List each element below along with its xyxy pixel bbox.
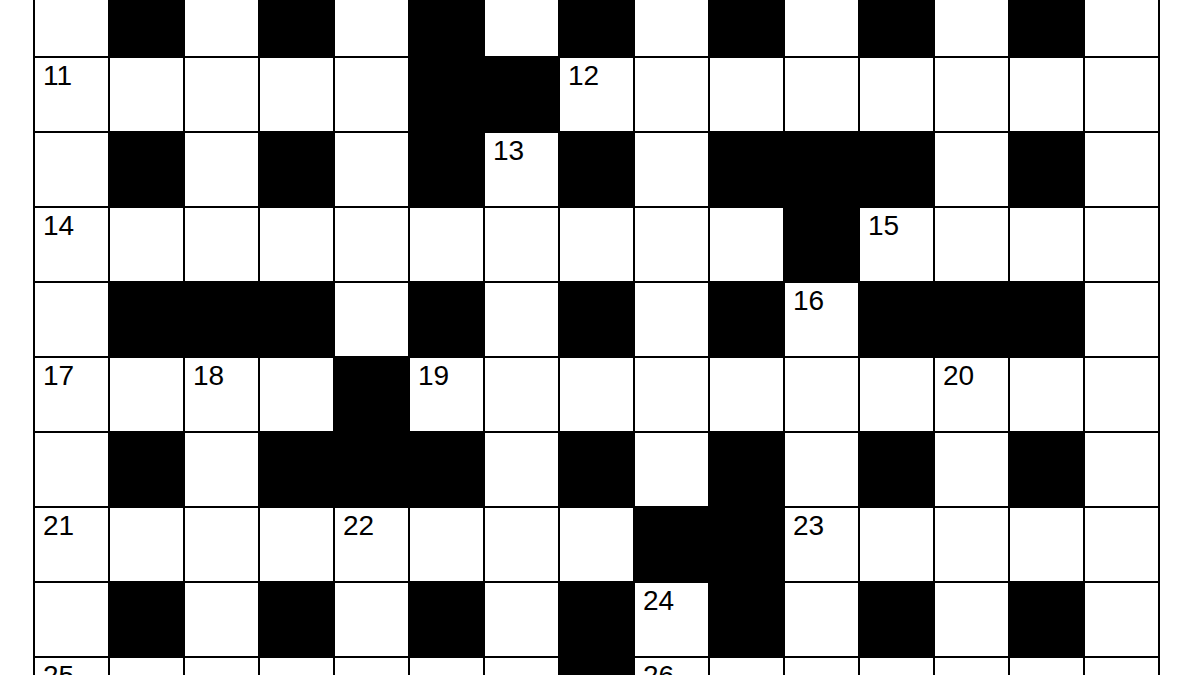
black-cell-r4c3 <box>260 283 333 356</box>
white-cell-r0c0[interactable] <box>35 0 108 56</box>
black-cell-r4c12 <box>935 283 1008 356</box>
white-cell-r2c12[interactable] <box>935 133 1008 206</box>
white-cell-r1c11[interactable] <box>860 58 933 131</box>
white-cell-r7c13[interactable] <box>1010 508 1083 581</box>
white-cell-r6c14[interactable] <box>1085 433 1158 506</box>
black-cell-r4c13 <box>1010 283 1083 356</box>
white-cell-r1c8[interactable] <box>635 58 708 131</box>
white-cell-r6c6[interactable] <box>485 433 558 506</box>
white-cell-r6c10[interactable] <box>785 433 858 506</box>
clue-number: 19 <box>418 362 449 390</box>
clue-number: 14 <box>43 212 74 240</box>
white-cell-r3c12[interactable] <box>935 208 1008 281</box>
white-cell-r7c12[interactable] <box>935 508 1008 581</box>
clue-number: 13 <box>493 137 524 165</box>
white-cell-r0c8[interactable] <box>635 0 708 56</box>
white-cell-r7c5[interactable] <box>410 508 483 581</box>
white-cell-r1c12[interactable] <box>935 58 1008 131</box>
white-cell-r3c3[interactable] <box>260 208 333 281</box>
clue-number: 16 <box>793 287 824 315</box>
black-cell-r1c5 <box>410 58 483 131</box>
white-cell-r7c2[interactable] <box>185 508 258 581</box>
white-cell-r5c0[interactable]: 17 <box>35 358 108 431</box>
black-cell-r4c1 <box>110 283 183 356</box>
white-cell-r3c11[interactable]: 15 <box>860 208 933 281</box>
black-cell-r8c11 <box>860 583 933 656</box>
black-cell-r0c7 <box>560 0 633 56</box>
white-cell-r9c1[interactable] <box>110 658 183 675</box>
white-cell-r9c5[interactable] <box>410 658 483 675</box>
black-cell-r2c1 <box>110 133 183 206</box>
white-cell-r5c5[interactable]: 19 <box>410 358 483 431</box>
clue-number: 23 <box>793 512 824 540</box>
white-cell-r5c9[interactable] <box>710 358 783 431</box>
white-cell-r8c4[interactable] <box>335 583 408 656</box>
white-cell-r0c4[interactable] <box>335 0 408 56</box>
clue-number: 20 <box>943 362 974 390</box>
clue-number: 26 <box>643 662 674 675</box>
white-cell-r7c10[interactable]: 23 <box>785 508 858 581</box>
black-cell-r0c3 <box>260 0 333 56</box>
clue-number: 25 <box>43 662 74 675</box>
white-cell-r0c6[interactable] <box>485 0 558 56</box>
white-cell-r0c2[interactable] <box>185 0 258 56</box>
white-cell-r3c8[interactable] <box>635 208 708 281</box>
crossword-grid: 11121314151617181920212223242526 <box>33 0 1160 675</box>
white-cell-r3c9[interactable] <box>710 208 783 281</box>
white-cell-r4c6[interactable] <box>485 283 558 356</box>
black-cell-r0c13 <box>1010 0 1083 56</box>
clue-number: 11 <box>43 62 72 90</box>
white-cell-r1c2[interactable] <box>185 58 258 131</box>
clue-number: 15 <box>868 212 899 240</box>
white-cell-r1c1[interactable] <box>110 58 183 131</box>
white-cell-r5c10[interactable] <box>785 358 858 431</box>
white-cell-r8c6[interactable] <box>485 583 558 656</box>
white-cell-r9c9[interactable] <box>710 658 783 675</box>
white-cell-r5c6[interactable] <box>485 358 558 431</box>
white-cell-r5c14[interactable] <box>1085 358 1158 431</box>
white-cell-r8c12[interactable] <box>935 583 1008 656</box>
clue-number: 17 <box>43 362 74 390</box>
white-cell-r9c0[interactable]: 25 <box>35 658 108 675</box>
black-cell-r6c3 <box>260 433 333 506</box>
black-cell-r2c7 <box>560 133 633 206</box>
crossword-viewport: 11121314151617181920212223242526 <box>0 0 1200 675</box>
white-cell-r9c6[interactable] <box>485 658 558 675</box>
white-cell-r2c6[interactable]: 13 <box>485 133 558 206</box>
white-cell-r3c6[interactable] <box>485 208 558 281</box>
white-cell-r3c7[interactable] <box>560 208 633 281</box>
white-cell-r5c11[interactable] <box>860 358 933 431</box>
white-cell-r4c10[interactable]: 16 <box>785 283 858 356</box>
black-cell-r0c11 <box>860 0 933 56</box>
white-cell-r3c1[interactable] <box>110 208 183 281</box>
white-cell-r3c2[interactable] <box>185 208 258 281</box>
white-cell-r1c3[interactable] <box>260 58 333 131</box>
white-cell-r1c10[interactable] <box>785 58 858 131</box>
clue-number: 18 <box>193 362 224 390</box>
black-cell-r3c10 <box>785 208 858 281</box>
black-cell-r6c9 <box>710 433 783 506</box>
black-cell-r0c1 <box>110 0 183 56</box>
white-cell-r6c8[interactable] <box>635 433 708 506</box>
white-cell-r8c14[interactable] <box>1085 583 1158 656</box>
black-cell-r4c9 <box>710 283 783 356</box>
white-cell-r7c11[interactable] <box>860 508 933 581</box>
white-cell-r6c0[interactable] <box>35 433 108 506</box>
white-cell-r7c4[interactable]: 22 <box>335 508 408 581</box>
white-cell-r0c14[interactable] <box>1085 0 1158 56</box>
black-cell-r2c5 <box>410 133 483 206</box>
black-cell-r8c3 <box>260 583 333 656</box>
white-cell-r0c10[interactable] <box>785 0 858 56</box>
black-cell-r6c4 <box>335 433 408 506</box>
black-cell-r1c6 <box>485 58 558 131</box>
white-cell-r5c13[interactable] <box>1010 358 1083 431</box>
black-cell-r2c10 <box>785 133 858 206</box>
white-cell-r8c10[interactable] <box>785 583 858 656</box>
black-cell-r2c13 <box>1010 133 1083 206</box>
white-cell-r3c0[interactable]: 14 <box>35 208 108 281</box>
white-cell-r9c13[interactable] <box>1010 658 1083 675</box>
black-cell-r6c5 <box>410 433 483 506</box>
black-cell-r8c5 <box>410 583 483 656</box>
white-cell-r4c4[interactable] <box>335 283 408 356</box>
white-cell-r7c3[interactable] <box>260 508 333 581</box>
black-cell-r8c1 <box>110 583 183 656</box>
black-cell-r2c11 <box>860 133 933 206</box>
white-cell-r5c8[interactable] <box>635 358 708 431</box>
white-cell-r9c3[interactable] <box>260 658 333 675</box>
white-cell-r1c13[interactable] <box>1010 58 1083 131</box>
white-cell-r1c4[interactable] <box>335 58 408 131</box>
white-cell-r2c0[interactable] <box>35 133 108 206</box>
white-cell-r8c2[interactable] <box>185 583 258 656</box>
white-cell-r4c0[interactable] <box>35 283 108 356</box>
white-cell-r4c14[interactable] <box>1085 283 1158 356</box>
white-cell-r2c4[interactable] <box>335 133 408 206</box>
white-cell-r7c1[interactable] <box>110 508 183 581</box>
clue-number: 21 <box>43 512 74 540</box>
white-cell-r7c0[interactable]: 21 <box>35 508 108 581</box>
black-cell-r4c7 <box>560 283 633 356</box>
white-cell-r1c7[interactable]: 12 <box>560 58 633 131</box>
black-cell-r7c9 <box>710 508 783 581</box>
white-cell-r8c8[interactable]: 24 <box>635 583 708 656</box>
white-cell-r9c10[interactable] <box>785 658 858 675</box>
white-cell-r5c7[interactable] <box>560 358 633 431</box>
black-cell-r6c13 <box>1010 433 1083 506</box>
black-cell-r6c11 <box>860 433 933 506</box>
white-cell-r7c14[interactable] <box>1085 508 1158 581</box>
black-cell-r8c9 <box>710 583 783 656</box>
black-cell-r6c7 <box>560 433 633 506</box>
white-cell-r9c8[interactable]: 26 <box>635 658 708 675</box>
black-cell-r4c5 <box>410 283 483 356</box>
white-cell-r7c6[interactable] <box>485 508 558 581</box>
white-cell-r9c2[interactable] <box>185 658 258 675</box>
black-cell-r2c3 <box>260 133 333 206</box>
white-cell-r9c12[interactable] <box>935 658 1008 675</box>
black-cell-r7c8 <box>635 508 708 581</box>
white-cell-r5c12[interactable]: 20 <box>935 358 1008 431</box>
clue-number: 12 <box>568 62 599 90</box>
clue-number: 22 <box>343 512 374 540</box>
white-cell-r9c11[interactable] <box>860 658 933 675</box>
black-cell-r9c7 <box>560 658 633 675</box>
black-cell-r8c13 <box>1010 583 1083 656</box>
white-cell-r1c0[interactable]: 11 <box>35 58 108 131</box>
white-cell-r2c2[interactable] <box>185 133 258 206</box>
black-cell-r0c5 <box>410 0 483 56</box>
white-cell-r3c5[interactable] <box>410 208 483 281</box>
screenshot-root: { "game": "crossword", "board": { "visib… <box>0 0 1200 675</box>
black-cell-r5c4 <box>335 358 408 431</box>
white-cell-r1c14[interactable] <box>1085 58 1158 131</box>
white-cell-r0c12[interactable] <box>935 0 1008 56</box>
white-cell-r5c2[interactable]: 18 <box>185 358 258 431</box>
black-cell-r2c9 <box>710 133 783 206</box>
white-cell-r3c4[interactable] <box>335 208 408 281</box>
black-cell-r6c1 <box>110 433 183 506</box>
clue-number: 24 <box>643 587 674 615</box>
white-cell-r5c3[interactable] <box>260 358 333 431</box>
white-cell-r8c0[interactable] <box>35 583 108 656</box>
white-cell-r5c1[interactable] <box>110 358 183 431</box>
black-cell-r8c7 <box>560 583 633 656</box>
white-cell-r2c14[interactable] <box>1085 133 1158 206</box>
white-cell-r6c12[interactable] <box>935 433 1008 506</box>
white-cell-r3c14[interactable] <box>1085 208 1158 281</box>
black-cell-r0c9 <box>710 0 783 56</box>
white-cell-r9c4[interactable] <box>335 658 408 675</box>
white-cell-r6c2[interactable] <box>185 433 258 506</box>
white-cell-r1c9[interactable] <box>710 58 783 131</box>
white-cell-r9c14[interactable] <box>1085 658 1158 675</box>
white-cell-r3c13[interactable] <box>1010 208 1083 281</box>
white-cell-r4c8[interactable] <box>635 283 708 356</box>
white-cell-r2c8[interactable] <box>635 133 708 206</box>
black-cell-r4c11 <box>860 283 933 356</box>
black-cell-r4c2 <box>185 283 258 356</box>
white-cell-r7c7[interactable] <box>560 508 633 581</box>
